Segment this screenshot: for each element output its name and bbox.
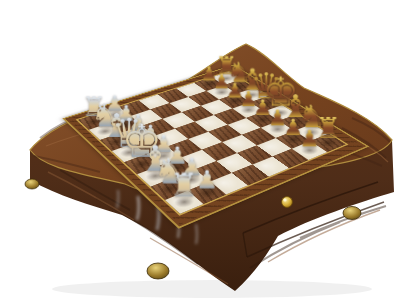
board-squares: ♜♟♟♜♞♟♟♞♝♟♟♝♛♟♟♛♚♟♟♚♝♟♟♝♞♟♟♞♜♟♟♜ (78, 72, 345, 214)
board-scene: ♜♟♟♜♞♟♟♞♝♟♟♝♛♟♟♛♚♟♟♚♝♟♟♝♞♟♟♞♜♟♟♜ (0, 0, 400, 303)
square-h1: ♜ (165, 191, 203, 214)
board-frame: ♜♟♟♜♞♟♟♞♝♟♟♝♛♟♟♛♚♟♟♚♝♟♟♝♞♟♟♞♜♟♟♜ (68, 67, 364, 225)
piece-white-rook: ♜ (156, 170, 212, 202)
piece-black-pawn: ♟ (285, 127, 335, 150)
chess-set-photo: ♜♟♟♜♞♟♟♞♝♟♟♝♛♟♟♛♚♟♟♚♝♟♟♝♞♟♟♞♜♟♟♜ (0, 0, 400, 303)
chess-board: ♜♟♟♜♞♟♟♞♝♟♟♝♛♟♟♛♚♟♟♚♝♟♟♝♞♟♟♞♜♟♟♜ (62, 65, 369, 229)
